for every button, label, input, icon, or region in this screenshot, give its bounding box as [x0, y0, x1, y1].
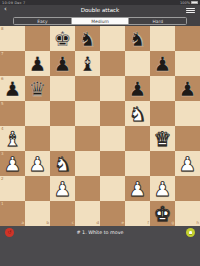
piece-black-pawn[interactable]: ♟: [175, 76, 200, 101]
square-a8[interactable]: 8: [0, 26, 25, 51]
square-g5[interactable]: [150, 101, 175, 126]
rank-label-8: 8: [1, 27, 4, 31]
square-h7[interactable]: [175, 51, 200, 76]
square-c1[interactable]: c: [50, 201, 75, 226]
square-b1[interactable]: b: [25, 201, 50, 226]
square-b3[interactable]: ♟: [25, 151, 50, 176]
square-g2[interactable]: ♟: [150, 176, 175, 201]
chess-board: 8♚♞♞7♟♟♝♟6♟♛♟♟5♞4♝♛3♟♟♞♟2♟♟♟1abcdefg♚h: [0, 26, 200, 226]
square-a2[interactable]: 2: [0, 176, 25, 201]
file-label-a: a: [22, 221, 24, 225]
piece-black-pawn[interactable]: ♟: [125, 76, 150, 101]
file-label-f: f: [148, 221, 149, 225]
back-icon[interactable]: ‹: [4, 5, 7, 15]
square-a5[interactable]: 5: [0, 101, 25, 126]
square-h6[interactable]: ♟: [175, 76, 200, 101]
tab-medium[interactable]: Medium: [72, 18, 130, 24]
square-c4[interactable]: [50, 126, 75, 151]
square-d3[interactable]: [75, 151, 100, 176]
square-b4[interactable]: [25, 126, 50, 151]
square-e1[interactable]: e: [100, 201, 125, 226]
square-d1[interactable]: d: [75, 201, 100, 226]
square-d2[interactable]: [75, 176, 100, 201]
hamburger-menu-icon[interactable]: [186, 8, 195, 13]
piece-black-king[interactable]: ♚: [50, 26, 75, 51]
piece-white-pawn[interactable]: ♟: [150, 176, 175, 201]
rank-label-1: 1: [1, 202, 4, 206]
square-c8[interactable]: ♚: [50, 26, 75, 51]
status-time: 10:09 Dec 7: [2, 1, 26, 5]
square-e4[interactable]: [100, 126, 125, 151]
square-h5[interactable]: [175, 101, 200, 126]
square-h8[interactable]: [175, 26, 200, 51]
piece-white-knight[interactable]: ♞: [125, 101, 150, 126]
square-e5[interactable]: [100, 101, 125, 126]
square-e6[interactable]: [100, 76, 125, 101]
square-b6[interactable]: ♛: [25, 76, 50, 101]
square-f7[interactable]: [125, 51, 150, 76]
file-label-e: e: [122, 221, 124, 225]
file-label-c: c: [72, 221, 74, 225]
rank-label-2: 2: [1, 177, 4, 181]
tab-hard[interactable]: Hard: [129, 18, 186, 24]
square-h4[interactable]: [175, 126, 200, 151]
square-h2[interactable]: [175, 176, 200, 201]
square-f3[interactable]: [125, 151, 150, 176]
square-d8[interactable]: ♞: [75, 26, 100, 51]
square-e7[interactable]: [100, 51, 125, 76]
square-f8[interactable]: ♞: [125, 26, 150, 51]
tab-easy[interactable]: Easy: [14, 18, 72, 24]
square-h3[interactable]: ♟: [175, 151, 200, 176]
square-g3[interactable]: [150, 151, 175, 176]
rank-label-7: 7: [1, 52, 4, 56]
square-c6[interactable]: [50, 76, 75, 101]
piece-black-knight[interactable]: ♞: [75, 26, 100, 51]
file-label-h: h: [196, 221, 199, 225]
fail-indicator-button[interactable]: ↺: [5, 228, 14, 237]
square-d6[interactable]: [75, 76, 100, 101]
piece-white-knight[interactable]: ♞: [50, 151, 75, 176]
square-h1[interactable]: h: [175, 201, 200, 226]
piece-white-pawn[interactable]: ♟: [50, 176, 75, 201]
square-g4[interactable]: ♛: [150, 126, 175, 151]
piece-black-pawn[interactable]: ♟: [0, 76, 25, 101]
square-g6[interactable]: [150, 76, 175, 101]
tab-bar: Easy Medium Hard: [0, 15, 200, 26]
piece-white-queen[interactable]: ♛: [150, 126, 175, 151]
battery-icon: [191, 1, 198, 4]
square-a7[interactable]: 7: [0, 51, 25, 76]
lightbulb-icon: [189, 231, 191, 235]
retry-icon: ↺: [7, 230, 11, 235]
square-d4[interactable]: [75, 126, 100, 151]
square-a4[interactable]: 4♝: [0, 126, 25, 151]
piece-black-bishop[interactable]: ♝: [75, 51, 100, 76]
battery-percent: 100%: [180, 1, 190, 5]
app-screen: 10:09 Dec 7 100% ‹ Double attack Easy Me…: [0, 0, 200, 266]
square-d5[interactable]: [75, 101, 100, 126]
square-g7[interactable]: ♟: [150, 51, 175, 76]
bottom-bar: # 1. White to move ↺: [0, 226, 200, 266]
square-a6[interactable]: 6♟: [0, 76, 25, 101]
square-g1[interactable]: g♚: [150, 201, 175, 226]
piece-white-king[interactable]: ♚: [150, 201, 175, 226]
square-c5[interactable]: [50, 101, 75, 126]
square-a1[interactable]: 1a: [0, 201, 25, 226]
difficulty-segmented-control: Easy Medium Hard: [13, 17, 187, 25]
square-g8[interactable]: [150, 26, 175, 51]
hint-button[interactable]: [186, 228, 195, 237]
square-b2[interactable]: [25, 176, 50, 201]
file-label-d: d: [96, 221, 99, 225]
square-d7[interactable]: ♝: [75, 51, 100, 76]
page-title: Double attack: [0, 7, 200, 13]
square-e8[interactable]: [100, 26, 125, 51]
piece-black-queen[interactable]: ♛: [25, 76, 50, 101]
square-b8[interactable]: [25, 26, 50, 51]
move-status-label: # 1. White to move: [0, 230, 200, 235]
piece-black-knight[interactable]: ♞: [125, 26, 150, 51]
square-f2[interactable]: ♟: [125, 176, 150, 201]
square-f1[interactable]: f: [125, 201, 150, 226]
piece-black-pawn[interactable]: ♟: [150, 51, 175, 76]
square-f6[interactable]: ♟: [125, 76, 150, 101]
square-c2[interactable]: ♟: [50, 176, 75, 201]
piece-white-pawn[interactable]: ♟: [175, 151, 200, 176]
square-a3[interactable]: 3♟: [0, 151, 25, 176]
square-e3[interactable]: [100, 151, 125, 176]
rank-label-5: 5: [1, 102, 4, 106]
piece-black-pawn[interactable]: ♟: [25, 51, 50, 76]
square-f5[interactable]: ♞: [125, 101, 150, 126]
square-c7[interactable]: ♟: [50, 51, 75, 76]
square-c3[interactable]: ♞: [50, 151, 75, 176]
square-e2[interactable]: [100, 176, 125, 201]
bottom-row: # 1. White to move ↺: [0, 226, 200, 239]
square-f4[interactable]: [125, 126, 150, 151]
file-label-b: b: [46, 221, 49, 225]
status-right: 100%: [180, 1, 198, 5]
piece-white-pawn[interactable]: ♟: [0, 151, 25, 176]
piece-white-pawn[interactable]: ♟: [25, 151, 50, 176]
piece-black-pawn[interactable]: ♟: [50, 51, 75, 76]
piece-white-bishop[interactable]: ♝: [0, 126, 25, 151]
piece-white-pawn[interactable]: ♟: [125, 176, 150, 201]
square-b7[interactable]: ♟: [25, 51, 50, 76]
square-b5[interactable]: [25, 101, 50, 126]
nav-bar: ‹ Double attack: [0, 5, 200, 15]
